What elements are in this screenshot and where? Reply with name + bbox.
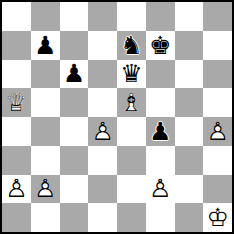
square-a4[interactable] <box>2 117 31 146</box>
square-f5[interactable] <box>146 88 175 117</box>
piece-white-pawn: ♟♙ <box>203 117 232 146</box>
square-f1[interactable] <box>146 203 175 232</box>
white-bishop-outline-icon: ♗ <box>117 88 146 117</box>
white-pawn-outline-icon: ♙ <box>31 175 60 204</box>
square-b7[interactable]: ♟ <box>31 31 60 60</box>
square-f4[interactable]: ♟ <box>146 117 175 146</box>
square-c8[interactable] <box>60 2 89 31</box>
square-b1[interactable] <box>31 203 60 232</box>
black-king-icon: ♚ <box>146 31 175 60</box>
square-d7[interactable] <box>88 31 117 60</box>
square-b8[interactable] <box>31 2 60 31</box>
square-h4[interactable]: ♟♙ <box>203 117 232 146</box>
square-e7[interactable]: ♞ <box>117 31 146 60</box>
square-h5[interactable] <box>203 88 232 117</box>
square-b2[interactable]: ♟♙ <box>31 175 60 204</box>
piece-black-knight: ♞ <box>117 31 146 60</box>
square-c1[interactable] <box>60 203 89 232</box>
square-h3[interactable] <box>203 146 232 175</box>
square-a7[interactable] <box>2 31 31 60</box>
black-pawn-icon: ♟ <box>31 31 60 60</box>
square-f3[interactable] <box>146 146 175 175</box>
square-g2[interactable] <box>175 175 204 204</box>
piece-black-pawn: ♟ <box>31 31 60 60</box>
white-queen-outline-icon: ♕ <box>2 88 31 117</box>
square-d3[interactable] <box>88 146 117 175</box>
square-d6[interactable] <box>88 60 117 89</box>
square-d2[interactable] <box>88 175 117 204</box>
black-pawn-icon: ♟ <box>60 60 89 89</box>
square-c6[interactable]: ♟ <box>60 60 89 89</box>
piece-black-king: ♚ <box>146 31 175 60</box>
square-e3[interactable] <box>117 146 146 175</box>
square-g8[interactable] <box>175 2 204 31</box>
square-c2[interactable] <box>60 175 89 204</box>
square-e4[interactable] <box>117 117 146 146</box>
piece-white-bishop: ♝♗ <box>117 88 146 117</box>
piece-black-pawn: ♟ <box>60 60 89 89</box>
piece-white-king: ♚♔ <box>203 203 232 232</box>
piece-white-queen: ♛♕ <box>2 88 31 117</box>
square-b3[interactable] <box>31 146 60 175</box>
square-d5[interactable] <box>88 88 117 117</box>
square-f2[interactable]: ♟♙ <box>146 175 175 204</box>
square-d8[interactable] <box>88 2 117 31</box>
square-f8[interactable] <box>146 2 175 31</box>
piece-black-pawn: ♟ <box>146 117 175 146</box>
square-h7[interactable] <box>203 31 232 60</box>
square-e1[interactable] <box>117 203 146 232</box>
black-queen-icon: ♛ <box>117 60 146 89</box>
square-c3[interactable] <box>60 146 89 175</box>
square-g3[interactable] <box>175 146 204 175</box>
square-h6[interactable] <box>203 60 232 89</box>
square-d1[interactable] <box>88 203 117 232</box>
white-king-outline-icon: ♔ <box>203 203 232 232</box>
square-e8[interactable] <box>117 2 146 31</box>
piece-white-pawn: ♟♙ <box>88 117 117 146</box>
white-pawn-outline-icon: ♙ <box>146 175 175 204</box>
piece-white-pawn: ♟♙ <box>31 175 60 204</box>
white-pawn-outline-icon: ♙ <box>88 117 117 146</box>
square-h8[interactable] <box>203 2 232 31</box>
square-b5[interactable] <box>31 88 60 117</box>
piece-black-queen: ♛ <box>117 60 146 89</box>
black-pawn-icon: ♟ <box>146 117 175 146</box>
square-a3[interactable] <box>2 146 31 175</box>
square-a2[interactable]: ♟♙ <box>2 175 31 204</box>
square-h1[interactable]: ♚♔ <box>203 203 232 232</box>
square-e6[interactable]: ♛ <box>117 60 146 89</box>
square-c5[interactable] <box>60 88 89 117</box>
square-f7[interactable]: ♚ <box>146 31 175 60</box>
square-f6[interactable] <box>146 60 175 89</box>
square-d4[interactable]: ♟♙ <box>88 117 117 146</box>
square-e2[interactable] <box>117 175 146 204</box>
square-e5[interactable]: ♝♗ <box>117 88 146 117</box>
square-c7[interactable] <box>60 31 89 60</box>
white-pawn-outline-icon: ♙ <box>203 117 232 146</box>
square-c4[interactable] <box>60 117 89 146</box>
square-b6[interactable] <box>31 60 60 89</box>
black-knight-icon: ♞ <box>117 31 146 60</box>
square-b4[interactable] <box>31 117 60 146</box>
square-g4[interactable] <box>175 117 204 146</box>
piece-white-pawn: ♟♙ <box>146 175 175 204</box>
square-a6[interactable] <box>2 60 31 89</box>
square-g6[interactable] <box>175 60 204 89</box>
square-a1[interactable] <box>2 203 31 232</box>
square-a5[interactable]: ♛♕ <box>2 88 31 117</box>
piece-white-pawn: ♟♙ <box>2 175 31 204</box>
square-a8[interactable] <box>2 2 31 31</box>
chess-board: ♟♞♚♟♛♛♕♝♗♟♙♟♟♙♟♙♟♙♟♙♚♔ <box>0 0 234 234</box>
square-h2[interactable] <box>203 175 232 204</box>
square-g1[interactable] <box>175 203 204 232</box>
square-g5[interactable] <box>175 88 204 117</box>
white-pawn-outline-icon: ♙ <box>2 175 31 204</box>
square-g7[interactable] <box>175 31 204 60</box>
